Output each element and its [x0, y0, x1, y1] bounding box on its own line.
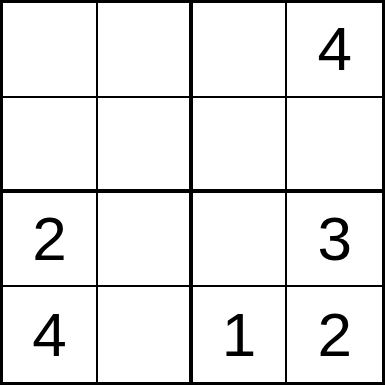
- cell-r1c1[interactable]: [3, 3, 98, 98]
- cell-r4c4[interactable]: 2: [287, 287, 382, 382]
- cell-r4c3[interactable]: 1: [193, 287, 288, 382]
- cell-r3c2[interactable]: [98, 193, 193, 288]
- cell-r1c4[interactable]: 4: [287, 3, 382, 98]
- cell-r2c4[interactable]: [287, 98, 382, 193]
- cell-r4c2[interactable]: [98, 287, 193, 382]
- cell-r2c3[interactable]: [193, 98, 288, 193]
- cell-r3c3[interactable]: [193, 193, 288, 288]
- cell-r2c2[interactable]: [98, 98, 193, 193]
- cell-r1c2[interactable]: [98, 3, 193, 98]
- cell-r1c3[interactable]: [193, 3, 288, 98]
- cell-r4c1[interactable]: 4: [3, 287, 98, 382]
- cell-r3c4[interactable]: 3: [287, 193, 382, 288]
- cell-r3c1[interactable]: 2: [3, 193, 98, 288]
- cell-r2c1[interactable]: [3, 98, 98, 193]
- sudoku-board: 4 2 3 4 1 2: [0, 0, 385, 385]
